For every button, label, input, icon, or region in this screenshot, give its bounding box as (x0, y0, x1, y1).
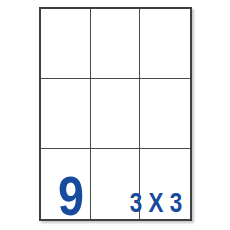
product-diagram: 9 3 X 3 (0, 0, 230, 230)
grid-cell (91, 9, 141, 79)
label-sheet: 9 3 X 3 (39, 7, 192, 221)
labels-per-sheet-count: 9 (58, 169, 84, 224)
grid-cell (91, 79, 141, 149)
grid-layout-label: 3 X 3 (130, 189, 182, 217)
grid-cell (140, 79, 190, 149)
grid-cell (41, 9, 91, 79)
grid-cell (140, 9, 190, 79)
grid-cell (41, 79, 91, 149)
